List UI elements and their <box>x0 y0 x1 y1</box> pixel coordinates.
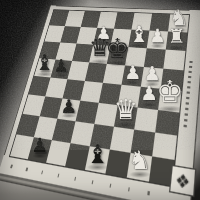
piece-white-r-h7[interactable]: ♜ <box>168 27 186 47</box>
piece-black-b-e1[interactable]: ♝ <box>86 140 109 166</box>
piece-black-p-b1[interactable]: ♟ <box>31 136 49 156</box>
piece-white-k-h4[interactable]: ♚ <box>156 77 183 107</box>
chess-photo-scene: ❖ ♞♟♝♟♜♛♚♝♟♟♟♟♚♟♛♟♝♞ <box>0 0 200 200</box>
piece-white-b-f7[interactable]: ♝ <box>129 22 149 45</box>
piece-shadow <box>158 105 182 112</box>
piece-white-p-f5[interactable]: ♟ <box>124 63 141 82</box>
piece-black-p-c3[interactable]: ♟ <box>60 96 77 115</box>
piece-shadow <box>169 45 185 50</box>
piece-shadow <box>129 171 150 177</box>
piece-white-p-g7[interactable]: ♟ <box>149 27 165 45</box>
piece-shadow <box>130 43 148 48</box>
piece-white-q-f3[interactable]: ♛ <box>113 96 138 124</box>
piece-shadow <box>125 80 140 85</box>
piece-black-k-e6[interactable]: ♚ <box>105 35 129 62</box>
piece-shadow <box>115 122 137 129</box>
piece-shadow <box>36 72 54 77</box>
piece-shadow <box>150 44 165 48</box>
piece-shadow <box>87 164 108 170</box>
piece-black-p-b5[interactable]: ♟ <box>53 57 69 75</box>
piece-shadow <box>141 102 157 107</box>
pieces-layer: ♞♟♝♟♜♛♚♝♟♟♟♟♚♟♛♟♝♞ <box>0 0 200 200</box>
piece-shadow <box>32 154 48 159</box>
piece-shadow <box>54 73 68 77</box>
piece-white-n-g1[interactable]: ♞ <box>128 148 151 174</box>
piece-black-b-a5[interactable]: ♝ <box>35 52 55 74</box>
piece-shadow <box>61 114 76 119</box>
